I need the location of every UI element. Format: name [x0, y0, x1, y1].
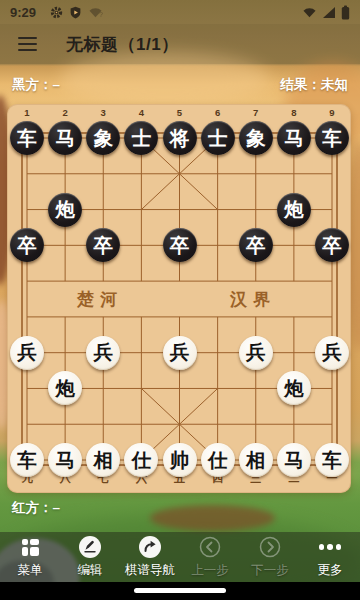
toolbar-item-prev: 上一步 — [180, 532, 240, 582]
piece-black-卒[interactable]: 卒 — [239, 228, 273, 262]
app-screen: 9:29 ? — [0, 0, 360, 600]
navigate-arrow-icon — [138, 535, 162, 559]
piece-black-炮[interactable]: 炮 — [48, 193, 82, 227]
piece-red-仕[interactable]: 仕 — [201, 443, 235, 477]
piece-black-象[interactable]: 象 — [239, 121, 273, 155]
coordinate-label: 4 — [131, 107, 151, 118]
log-shape — [150, 505, 275, 531]
piece-black-士[interactable]: 士 — [201, 121, 235, 155]
toolbar-item-nav[interactable]: 棋谱导航 — [120, 532, 180, 582]
black-player-label: 黑方：– — [12, 76, 60, 94]
menu-grid-icon — [22, 535, 39, 559]
toolbar-item-label: 菜单 — [18, 562, 43, 579]
toolbar-item-label: 上一步 — [191, 562, 229, 579]
piece-red-车[interactable]: 车 — [10, 443, 44, 477]
piece-red-兵[interactable]: 兵 — [239, 336, 273, 370]
piece-black-卒[interactable]: 卒 — [163, 228, 197, 262]
chevron-left-icon — [199, 535, 221, 559]
signal-icon — [322, 6, 336, 19]
piece-red-马[interactable]: 马 — [48, 443, 82, 477]
xiangqi-board[interactable]: 123456789 九八七六五四三二一 楚河 汉界 车马象士将士象马车炮炮卒卒卒… — [7, 104, 351, 493]
coordinate-label: 9 — [322, 107, 342, 118]
result-label: 结果：未知 — [281, 76, 349, 94]
toolbar-item-label: 更多 — [318, 562, 343, 579]
piece-black-马[interactable]: 马 — [277, 121, 311, 155]
piece-black-将[interactable]: 将 — [163, 121, 197, 155]
piece-black-炮[interactable]: 炮 — [277, 193, 311, 227]
piece-red-兵[interactable]: 兵 — [10, 336, 44, 370]
gesture-nav-bar — [0, 582, 360, 600]
piece-red-帅[interactable]: 帅 — [163, 443, 197, 477]
edit-pencil-icon — [78, 535, 102, 559]
coordinate-label: 2 — [55, 107, 75, 118]
bottom-toolbar: 菜单编辑棋谱导航上一步下一步更多 — [0, 532, 360, 582]
coordinate-label: 7 — [246, 107, 266, 118]
piece-black-车[interactable]: 车 — [315, 121, 349, 155]
red-player-label: 红方：– — [12, 499, 60, 517]
piece-red-车[interactable]: 车 — [315, 443, 349, 477]
piece-black-象[interactable]: 象 — [86, 121, 120, 155]
coordinate-label: 6 — [208, 107, 228, 118]
toolbar-item-more[interactable]: 更多 — [300, 532, 360, 582]
status-bar: 9:29 ? — [0, 0, 360, 24]
status-time: 9:29 — [10, 5, 36, 20]
svg-text:?: ? — [99, 11, 103, 18]
hamburger-menu-button[interactable] — [18, 37, 37, 51]
piece-black-马[interactable]: 马 — [48, 121, 82, 155]
piece-black-车[interactable]: 车 — [10, 121, 44, 155]
piece-red-马[interactable]: 马 — [277, 443, 311, 477]
coordinate-label: 1 — [17, 107, 37, 118]
toolbar-item-label: 编辑 — [78, 562, 103, 579]
piece-red-兵[interactable]: 兵 — [315, 336, 349, 370]
chevron-right-icon — [259, 535, 281, 559]
river-label-left: 楚河 — [58, 288, 142, 312]
gear-icon — [50, 6, 63, 19]
wifi-off-icon: ? — [88, 6, 103, 19]
player-info-row: 黑方：– 结果：未知 — [0, 74, 360, 96]
coordinate-label: 3 — [93, 107, 113, 118]
page-title: 无标题（1/1） — [66, 33, 179, 56]
toolbar-item-label: 棋谱导航 — [125, 562, 175, 579]
coordinate-label: 8 — [284, 107, 304, 118]
toolbar-item-label: 下一步 — [251, 562, 289, 579]
piece-red-兵[interactable]: 兵 — [163, 336, 197, 370]
ellipsis-icon — [319, 535, 342, 559]
toolbar-item-next: 下一步 — [240, 532, 300, 582]
coordinate-label: 5 — [170, 107, 190, 118]
shield-icon — [69, 6, 82, 19]
river-label-right: 汉界 — [211, 288, 295, 312]
battery-icon — [341, 5, 350, 20]
home-indicator[interactable] — [134, 588, 226, 593]
piece-red-相[interactable]: 相 — [239, 443, 273, 477]
toolbar-item-edit[interactable]: 编辑 — [60, 532, 120, 582]
toolbar-item-menu[interactable]: 菜单 — [0, 532, 60, 582]
piece-red-兵[interactable]: 兵 — [86, 336, 120, 370]
title-bar: 无标题（1/1） — [0, 24, 360, 64]
wifi-icon — [302, 6, 317, 19]
